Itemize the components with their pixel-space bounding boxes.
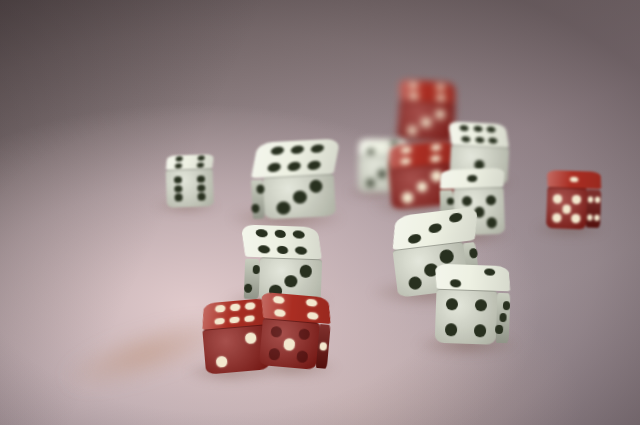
die-pip	[378, 170, 386, 178]
die-pip	[409, 82, 418, 89]
die-pip	[367, 179, 375, 187]
die-white-small	[165, 154, 214, 206]
die-pip	[273, 296, 284, 304]
die-pip	[401, 146, 411, 154]
die-red-bottom-right	[259, 292, 333, 370]
die-pip	[571, 214, 580, 223]
die-pip	[287, 162, 302, 171]
die-pip	[267, 163, 282, 172]
die-pip	[459, 125, 469, 132]
die-front-face	[263, 174, 336, 220]
die-pip	[449, 279, 461, 287]
die-pip	[400, 158, 410, 166]
die-front-face	[166, 168, 214, 207]
die-pip	[216, 356, 227, 367]
die-pip	[499, 313, 507, 322]
die-pip	[587, 215, 593, 221]
die-side-face	[251, 179, 265, 219]
die-pip	[214, 317, 224, 325]
die-pip	[252, 265, 260, 274]
die-pip	[462, 196, 473, 207]
die-pip	[410, 93, 419, 100]
die-pip	[299, 265, 312, 278]
die-pip	[553, 194, 562, 203]
die-side-face	[495, 292, 510, 343]
die-pip	[290, 145, 305, 154]
die-pip	[175, 194, 183, 202]
die-pip	[484, 268, 496, 276]
die-pip	[431, 155, 441, 163]
die-pip	[274, 309, 285, 317]
die-pip	[307, 311, 318, 319]
die-pip	[197, 184, 205, 192]
die-pip	[197, 175, 205, 183]
die-pip	[197, 193, 205, 201]
die-pip	[251, 203, 260, 213]
die-top-face	[435, 264, 511, 292]
die-pip	[283, 338, 295, 350]
die-pip	[475, 299, 488, 312]
die-pip	[421, 117, 431, 127]
die-pip	[474, 137, 484, 144]
die-pip	[367, 149, 375, 154]
die-pip	[197, 162, 205, 167]
die-pip	[407, 126, 417, 136]
die-pip	[449, 213, 463, 223]
die-top-face	[440, 168, 505, 189]
die-pip	[408, 234, 422, 244]
die-white-big-mid	[249, 139, 336, 220]
photo-scene: Thirteen six-sided dice (five translucen…	[0, 0, 640, 425]
die-pip	[473, 126, 483, 133]
die-pip	[474, 325, 487, 338]
die-pip	[469, 248, 478, 258]
die-red-top	[397, 79, 457, 142]
die-pip	[292, 190, 306, 204]
die-pip	[416, 181, 427, 192]
die-pip	[307, 161, 322, 170]
die-pip	[447, 198, 454, 206]
die-pip	[435, 109, 445, 119]
die-pip	[230, 304, 240, 312]
die-pip	[215, 305, 225, 313]
die-pip	[495, 325, 503, 334]
die-white-center	[244, 225, 324, 303]
die-pip	[245, 315, 255, 323]
die-pip	[269, 348, 281, 360]
die-pip	[552, 214, 561, 223]
die-side-face	[244, 259, 261, 300]
die-top-face	[448, 121, 510, 147]
die-pip	[436, 94, 445, 101]
die-pip	[174, 185, 182, 193]
die-pip	[594, 215, 600, 221]
die-pip	[175, 156, 183, 161]
die-top-face	[547, 170, 602, 189]
die-pip	[402, 192, 413, 203]
die-pip	[445, 298, 458, 311]
die-pip	[570, 177, 579, 183]
die-pip	[276, 246, 289, 255]
die-pip	[445, 324, 458, 337]
die-pip	[306, 299, 317, 307]
die-white-bottom-right	[435, 264, 512, 345]
die-pip	[298, 328, 310, 340]
die-pip	[488, 138, 498, 145]
die-pip	[245, 302, 255, 310]
die-pip	[294, 246, 307, 255]
die-pip	[486, 217, 497, 228]
die-pip	[428, 223, 442, 233]
die-pip	[229, 316, 239, 324]
die-pip	[486, 195, 497, 206]
die-pip	[431, 144, 441, 152]
die-pip	[562, 204, 571, 213]
die-pip	[270, 146, 285, 155]
die-pip	[245, 332, 256, 343]
die-side-face	[586, 190, 601, 228]
die-pip	[503, 301, 511, 310]
die-pip	[595, 197, 601, 203]
die-pip	[467, 175, 477, 182]
die-pip	[309, 179, 323, 193]
die-top-face	[251, 138, 341, 178]
die-pip	[244, 284, 252, 293]
die-pip	[174, 163, 182, 168]
die-pip	[292, 231, 305, 240]
die-pip	[588, 197, 594, 203]
die-pip	[320, 342, 327, 350]
die-pip	[258, 245, 271, 254]
die-red-right	[546, 170, 602, 229]
die-pip	[276, 201, 290, 215]
die-pip	[436, 84, 445, 91]
die-pip	[439, 249, 454, 264]
die-pip	[284, 275, 297, 288]
die-pip	[198, 156, 206, 161]
die-pip	[408, 276, 423, 291]
die-pip	[461, 136, 471, 143]
die-pip	[310, 144, 325, 153]
die-pip	[274, 230, 287, 239]
die-front-face	[546, 187, 587, 229]
die-front-face	[435, 289, 498, 345]
die-front-face	[397, 100, 456, 143]
die-pip	[487, 126, 497, 133]
die-front-face	[259, 318, 320, 370]
die-pip	[174, 176, 182, 184]
die-pip	[271, 326, 283, 338]
die-top-face	[241, 224, 323, 259]
die-pip	[255, 229, 268, 238]
die-pip	[572, 195, 581, 204]
die-pip	[296, 351, 308, 363]
